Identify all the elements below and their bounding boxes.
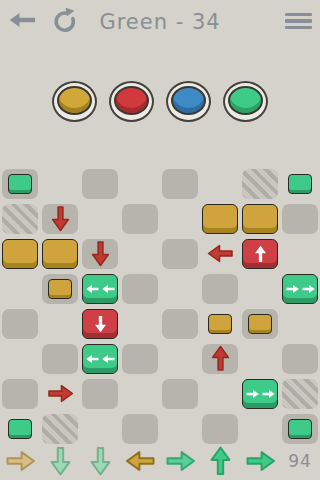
red-arrow-left [207, 242, 234, 265]
cell-r2-c2 [80, 236, 120, 271]
cell-r6-c7 [280, 376, 320, 411]
cell-r5-c2 [80, 341, 120, 376]
yellow-small-tile[interactable] [248, 314, 272, 334]
cell-r4-c1 [40, 306, 80, 341]
hatched-cell [242, 169, 278, 199]
green-arrow-tile-right[interactable] [282, 274, 318, 304]
yellow-tile[interactable] [42, 239, 78, 269]
cell-r4-c4 [160, 306, 200, 341]
cell-r3-c2 [80, 271, 120, 306]
red-arrow-tile-down[interactable] [82, 309, 118, 339]
cell-r0-c2 [80, 166, 120, 201]
dark-cell [162, 169, 198, 199]
yellow-tile[interactable] [2, 239, 38, 269]
queue-arrow-down [85, 448, 116, 474]
dark-cell [202, 274, 238, 304]
cell-r3-c3 [120, 271, 160, 306]
hamburger-icon [285, 13, 312, 17]
cell-r3-c6 [240, 271, 280, 306]
cell-r3-c4 [160, 271, 200, 306]
red-arrow-down [47, 207, 74, 230]
cell-r1-c3 [120, 201, 160, 236]
cell-r6-c5 [200, 376, 240, 411]
header: Green - 34 [0, 0, 320, 42]
cell-r7-c2 [80, 411, 120, 446]
cell-r5-c3 [120, 341, 160, 376]
menu-button[interactable] [284, 10, 312, 32]
cell-r7-c5 [200, 411, 240, 446]
cell-r2-c7 [280, 236, 320, 271]
level-title: Green - 34 [0, 10, 320, 34]
cell-r5-c7 [280, 341, 320, 376]
cell-r5-c4 [160, 341, 200, 376]
green-small-tile [288, 174, 312, 194]
dark-cell [282, 344, 318, 374]
cell-r5-c1 [40, 341, 80, 376]
cell-r4-c0 [0, 306, 40, 341]
cell-r3-c1 [40, 271, 80, 306]
cell-r0-c0 [0, 166, 40, 201]
blue-button-face [171, 86, 206, 115]
cell-r4-c2 [80, 306, 120, 341]
dark-cell [82, 379, 118, 409]
color-buttons-row [0, 81, 320, 122]
cell-r5-c6 [240, 341, 280, 376]
queue-arrow-right [245, 448, 276, 474]
cell-r1-c0 [0, 201, 40, 236]
dark-cell [162, 239, 198, 269]
cell-r1-c1 [40, 201, 80, 236]
cell-r0-c5 [200, 166, 240, 201]
hatched-cell [2, 204, 38, 234]
dark-cell [122, 414, 158, 444]
cell-r6-c1 [40, 376, 80, 411]
cell-r3-c5 [200, 271, 240, 306]
cell-r1-c6 [240, 201, 280, 236]
yellow-button[interactable] [52, 81, 97, 122]
queue-arrow-down [45, 448, 76, 474]
cell-r4-c7 [280, 306, 320, 341]
cell-r2-c3 [120, 236, 160, 271]
cell-r7-c6 [240, 411, 280, 446]
cell-r7-c4 [160, 411, 200, 446]
move-queue: 94 [0, 445, 320, 477]
queue-arrow-up [205, 448, 236, 474]
dark-cell [122, 204, 158, 234]
green-small-tile [8, 174, 32, 194]
cell-r6-c4 [160, 376, 200, 411]
yellow-button-face [57, 86, 92, 115]
cell-r1-c5 [200, 201, 240, 236]
cell-r6-c0 [0, 376, 40, 411]
cell-r0-c1 [40, 166, 80, 201]
hatched-cell [282, 379, 318, 409]
cell-r2-c6 [240, 236, 280, 271]
yellow-tile[interactable] [242, 204, 278, 234]
yellow-small-tile[interactable] [208, 314, 232, 334]
dark-cell [2, 309, 38, 339]
cell-r7-c0 [0, 411, 40, 446]
yellow-small-tile[interactable] [48, 279, 72, 299]
cell-r4-c6 [240, 306, 280, 341]
dark-cell [282, 204, 318, 234]
cell-r6-c2 [80, 376, 120, 411]
green-arrow-tile-right[interactable] [242, 379, 278, 409]
cell-r3-c7 [280, 271, 320, 306]
cell-r6-c6 [240, 376, 280, 411]
cell-r0-c7 [280, 166, 320, 201]
cell-r2-c5 [200, 236, 240, 271]
red-button[interactable] [109, 81, 154, 122]
green-small-tile [288, 419, 312, 439]
dark-cell [202, 414, 238, 444]
cell-r1-c7 [280, 201, 320, 236]
red-arrow-up [207, 347, 234, 370]
red-button-face [114, 86, 149, 115]
cell-r4-c3 [120, 306, 160, 341]
cell-r2-c1 [40, 236, 80, 271]
blue-button[interactable] [166, 81, 211, 122]
green-small-tile [8, 419, 32, 439]
green-arrow-tile-left[interactable] [82, 344, 118, 374]
dark-cell [162, 309, 198, 339]
cell-r0-c3 [120, 166, 160, 201]
cell-r7-c1 [40, 411, 80, 446]
app-screen: Green - 34 94 [0, 0, 320, 480]
red-arrow-down [87, 242, 114, 265]
red-arrow-tile-up[interactable] [242, 239, 278, 269]
cell-r0-c6 [240, 166, 280, 201]
green-button[interactable] [223, 81, 268, 122]
green-arrow-tile-left[interactable] [82, 274, 118, 304]
dark-cell [2, 379, 38, 409]
dark-cell [122, 274, 158, 304]
dark-cell [162, 379, 198, 409]
cell-r1-c4 [160, 201, 200, 236]
dark-cell [82, 169, 118, 199]
queue-arrow-right [5, 448, 36, 474]
cell-r4-c5 [200, 306, 240, 341]
cell-r7-c7 [280, 411, 320, 446]
cell-r2-c0 [0, 236, 40, 271]
cell-r2-c4 [160, 236, 200, 271]
green-button-face [228, 86, 263, 115]
queue-arrow-left [125, 448, 156, 474]
moves-counter: 94 [288, 451, 312, 471]
cell-r5-c0 [0, 341, 40, 376]
dark-cell [122, 344, 158, 374]
cell-r7-c3 [120, 411, 160, 446]
red-arrow-right [47, 382, 74, 405]
queue-arrow-right [165, 448, 196, 474]
cell-r1-c2 [80, 201, 120, 236]
board [0, 166, 320, 446]
cell-r3-c0 [0, 271, 40, 306]
yellow-tile[interactable] [202, 204, 238, 234]
cell-r6-c3 [120, 376, 160, 411]
cell-r0-c4 [160, 166, 200, 201]
dark-cell [42, 344, 78, 374]
cell-r5-c5 [200, 341, 240, 376]
hatched-cell [42, 414, 78, 444]
